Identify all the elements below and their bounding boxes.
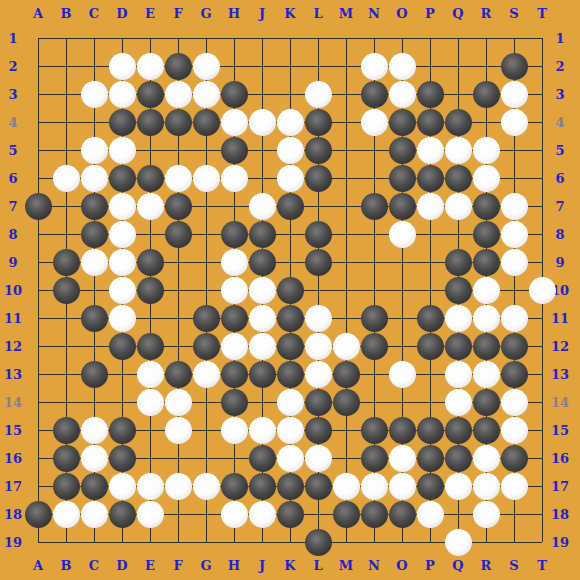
intersection-J6[interactable] xyxy=(248,164,276,192)
intersection-O6[interactable] xyxy=(388,164,416,192)
white-stone-T10[interactable] xyxy=(529,277,556,304)
intersection-O12[interactable] xyxy=(388,332,416,360)
white-stone-H12[interactable] xyxy=(221,333,248,360)
black-stone-S2[interactable] xyxy=(501,53,528,80)
intersection-O2[interactable] xyxy=(388,52,416,80)
black-stone-N12[interactable] xyxy=(361,333,388,360)
intersection-B5[interactable] xyxy=(52,136,80,164)
intersection-B14[interactable] xyxy=(52,388,80,416)
intersection-J12[interactable] xyxy=(248,332,276,360)
intersection-F1[interactable] xyxy=(164,24,192,52)
white-stone-J10[interactable] xyxy=(249,277,276,304)
white-stone-K14[interactable] xyxy=(277,389,304,416)
intersection-H10[interactable] xyxy=(220,276,248,304)
white-stone-O8[interactable] xyxy=(389,221,416,248)
white-stone-O17[interactable] xyxy=(389,473,416,500)
black-stone-K17[interactable] xyxy=(277,473,304,500)
intersection-B3[interactable] xyxy=(52,80,80,108)
intersection-B18[interactable] xyxy=(52,500,80,528)
black-stone-R7[interactable] xyxy=(473,193,500,220)
intersection-E9[interactable] xyxy=(136,248,164,276)
white-stone-D11[interactable] xyxy=(109,305,136,332)
intersection-R16[interactable] xyxy=(472,444,500,472)
intersection-M11[interactable] xyxy=(332,304,360,332)
intersection-R11[interactable] xyxy=(472,304,500,332)
black-stone-L9[interactable] xyxy=(305,249,332,276)
black-stone-M13[interactable] xyxy=(333,361,360,388)
black-stone-L17[interactable] xyxy=(305,473,332,500)
white-stone-P18[interactable] xyxy=(417,501,444,528)
black-stone-O15[interactable] xyxy=(389,417,416,444)
intersection-R6[interactable] xyxy=(472,164,500,192)
intersection-S15[interactable] xyxy=(500,416,528,444)
intersection-C6[interactable] xyxy=(80,164,108,192)
intersection-F18[interactable] xyxy=(164,500,192,528)
intersection-H11[interactable] xyxy=(220,304,248,332)
intersection-P18[interactable] xyxy=(416,500,444,528)
intersection-T2[interactable] xyxy=(528,52,556,80)
black-stone-N16[interactable] xyxy=(361,445,388,472)
white-stone-Q7[interactable] xyxy=(445,193,472,220)
intersection-L6[interactable] xyxy=(304,164,332,192)
white-stone-F17[interactable] xyxy=(165,473,192,500)
intersection-A19[interactable] xyxy=(24,528,52,556)
white-stone-H10[interactable] xyxy=(221,277,248,304)
white-stone-C9[interactable] xyxy=(81,249,108,276)
white-stone-F6[interactable] xyxy=(165,165,192,192)
intersection-L17[interactable] xyxy=(304,472,332,500)
intersection-P13[interactable] xyxy=(416,360,444,388)
intersection-K14[interactable] xyxy=(276,388,304,416)
intersection-S1[interactable] xyxy=(500,24,528,52)
intersection-F17[interactable] xyxy=(164,472,192,500)
intersection-E13[interactable] xyxy=(136,360,164,388)
intersection-Q7[interactable] xyxy=(444,192,472,220)
intersection-D15[interactable] xyxy=(108,416,136,444)
intersection-S9[interactable] xyxy=(500,248,528,276)
black-stone-H5[interactable] xyxy=(221,137,248,164)
intersection-L10[interactable] xyxy=(304,276,332,304)
white-stone-S7[interactable] xyxy=(501,193,528,220)
white-stone-J18[interactable] xyxy=(249,501,276,528)
white-stone-R13[interactable] xyxy=(473,361,500,388)
intersection-B2[interactable] xyxy=(52,52,80,80)
intersection-S6[interactable] xyxy=(500,164,528,192)
intersection-A1[interactable] xyxy=(24,24,52,52)
intersection-H15[interactable] xyxy=(220,416,248,444)
white-stone-D3[interactable] xyxy=(109,81,136,108)
white-stone-F3[interactable] xyxy=(165,81,192,108)
intersection-P1[interactable] xyxy=(416,24,444,52)
intersection-F14[interactable] xyxy=(164,388,192,416)
intersection-H18[interactable] xyxy=(220,500,248,528)
intersection-S18[interactable] xyxy=(500,500,528,528)
black-stone-P16[interactable] xyxy=(417,445,444,472)
black-stone-R12[interactable] xyxy=(473,333,500,360)
intersection-M15[interactable] xyxy=(332,416,360,444)
black-stone-O18[interactable] xyxy=(389,501,416,528)
white-stone-C3[interactable] xyxy=(81,81,108,108)
white-stone-P7[interactable] xyxy=(417,193,444,220)
black-stone-D15[interactable] xyxy=(109,417,136,444)
intersection-Q10[interactable] xyxy=(444,276,472,304)
intersection-B10[interactable] xyxy=(52,276,80,304)
intersection-K17[interactable] xyxy=(276,472,304,500)
intersection-G10[interactable] xyxy=(192,276,220,304)
intersection-F15[interactable] xyxy=(164,416,192,444)
white-stone-E14[interactable] xyxy=(137,389,164,416)
intersection-T18[interactable] xyxy=(528,500,556,528)
intersection-T4[interactable] xyxy=(528,108,556,136)
intersection-J7[interactable] xyxy=(248,192,276,220)
intersection-N11[interactable] xyxy=(360,304,388,332)
intersection-Q6[interactable] xyxy=(444,164,472,192)
intersection-D2[interactable] xyxy=(108,52,136,80)
white-stone-D5[interactable] xyxy=(109,137,136,164)
black-stone-G12[interactable] xyxy=(193,333,220,360)
black-stone-H8[interactable] xyxy=(221,221,248,248)
intersection-O11[interactable] xyxy=(388,304,416,332)
black-stone-E12[interactable] xyxy=(137,333,164,360)
intersection-O7[interactable] xyxy=(388,192,416,220)
intersection-A17[interactable] xyxy=(24,472,52,500)
intersection-M6[interactable] xyxy=(332,164,360,192)
intersection-J3[interactable] xyxy=(248,80,276,108)
black-stone-F2[interactable] xyxy=(165,53,192,80)
intersection-P4[interactable] xyxy=(416,108,444,136)
intersection-P11[interactable] xyxy=(416,304,444,332)
intersection-M17[interactable] xyxy=(332,472,360,500)
intersection-D19[interactable] xyxy=(108,528,136,556)
white-stone-R18[interactable] xyxy=(473,501,500,528)
black-stone-E9[interactable] xyxy=(137,249,164,276)
white-stone-H15[interactable] xyxy=(221,417,248,444)
intersection-S12[interactable] xyxy=(500,332,528,360)
black-stone-M14[interactable] xyxy=(333,389,360,416)
intersection-H1[interactable] xyxy=(220,24,248,52)
intersection-R9[interactable] xyxy=(472,248,500,276)
white-stone-S8[interactable] xyxy=(501,221,528,248)
intersection-A10[interactable] xyxy=(24,276,52,304)
intersection-O19[interactable] xyxy=(388,528,416,556)
intersection-Q3[interactable] xyxy=(444,80,472,108)
white-stone-L12[interactable] xyxy=(305,333,332,360)
white-stone-R16[interactable] xyxy=(473,445,500,472)
intersection-C13[interactable] xyxy=(80,360,108,388)
intersection-K15[interactable] xyxy=(276,416,304,444)
intersection-P15[interactable] xyxy=(416,416,444,444)
intersection-N6[interactable] xyxy=(360,164,388,192)
black-stone-C17[interactable] xyxy=(81,473,108,500)
black-stone-R14[interactable] xyxy=(473,389,500,416)
intersection-K2[interactable] xyxy=(276,52,304,80)
black-stone-E4[interactable] xyxy=(137,109,164,136)
intersection-Q11[interactable] xyxy=(444,304,472,332)
intersection-N12[interactable] xyxy=(360,332,388,360)
black-stone-L4[interactable] xyxy=(305,109,332,136)
intersection-B4[interactable] xyxy=(52,108,80,136)
intersection-D14[interactable] xyxy=(108,388,136,416)
white-stone-S11[interactable] xyxy=(501,305,528,332)
intersection-C14[interactable] xyxy=(80,388,108,416)
intersection-T3[interactable] xyxy=(528,80,556,108)
intersection-O17[interactable] xyxy=(388,472,416,500)
black-stone-K13[interactable] xyxy=(277,361,304,388)
intersection-F12[interactable] xyxy=(164,332,192,360)
intersection-L2[interactable] xyxy=(304,52,332,80)
black-stone-Q16[interactable] xyxy=(445,445,472,472)
intersection-C8[interactable] xyxy=(80,220,108,248)
black-stone-E6[interactable] xyxy=(137,165,164,192)
intersection-D7[interactable] xyxy=(108,192,136,220)
black-stone-N11[interactable] xyxy=(361,305,388,332)
black-stone-J16[interactable] xyxy=(249,445,276,472)
intersection-D13[interactable] xyxy=(108,360,136,388)
intersection-E4[interactable] xyxy=(136,108,164,136)
intersection-G12[interactable] xyxy=(192,332,220,360)
intersection-J4[interactable] xyxy=(248,108,276,136)
intersection-E8[interactable] xyxy=(136,220,164,248)
black-stone-F4[interactable] xyxy=(165,109,192,136)
intersection-R7[interactable] xyxy=(472,192,500,220)
intersection-H17[interactable] xyxy=(220,472,248,500)
intersection-E1[interactable] xyxy=(136,24,164,52)
intersection-L14[interactable] xyxy=(304,388,332,416)
intersection-G15[interactable] xyxy=(192,416,220,444)
intersection-R3[interactable] xyxy=(472,80,500,108)
white-stone-J15[interactable] xyxy=(249,417,276,444)
intersection-S17[interactable] xyxy=(500,472,528,500)
intersection-J15[interactable] xyxy=(248,416,276,444)
intersection-G9[interactable] xyxy=(192,248,220,276)
intersection-H4[interactable] xyxy=(220,108,248,136)
intersection-R8[interactable] xyxy=(472,220,500,248)
intersection-J10[interactable] xyxy=(248,276,276,304)
black-stone-B16[interactable] xyxy=(53,445,80,472)
black-stone-F7[interactable] xyxy=(165,193,192,220)
black-stone-F8[interactable] xyxy=(165,221,192,248)
intersection-E2[interactable] xyxy=(136,52,164,80)
intersection-D11[interactable] xyxy=(108,304,136,332)
intersection-N14[interactable] xyxy=(360,388,388,416)
black-stone-B9[interactable] xyxy=(53,249,80,276)
intersection-E14[interactable] xyxy=(136,388,164,416)
black-stone-J13[interactable] xyxy=(249,361,276,388)
white-stone-D9[interactable] xyxy=(109,249,136,276)
intersection-H2[interactable] xyxy=(220,52,248,80)
intersection-C1[interactable] xyxy=(80,24,108,52)
intersection-A3[interactable] xyxy=(24,80,52,108)
white-stone-F14[interactable] xyxy=(165,389,192,416)
white-stone-S14[interactable] xyxy=(501,389,528,416)
intersection-D6[interactable] xyxy=(108,164,136,192)
white-stone-O3[interactable] xyxy=(389,81,416,108)
intersection-P6[interactable] xyxy=(416,164,444,192)
intersection-G11[interactable] xyxy=(192,304,220,332)
white-stone-D17[interactable] xyxy=(109,473,136,500)
intersection-P9[interactable] xyxy=(416,248,444,276)
intersection-P14[interactable] xyxy=(416,388,444,416)
intersection-S14[interactable] xyxy=(500,388,528,416)
intersection-E3[interactable] xyxy=(136,80,164,108)
intersection-N1[interactable] xyxy=(360,24,388,52)
intersection-K12[interactable] xyxy=(276,332,304,360)
white-stone-R5[interactable] xyxy=(473,137,500,164)
white-stone-O2[interactable] xyxy=(389,53,416,80)
intersection-P12[interactable] xyxy=(416,332,444,360)
intersection-L8[interactable] xyxy=(304,220,332,248)
intersection-T6[interactable] xyxy=(528,164,556,192)
intersection-H3[interactable] xyxy=(220,80,248,108)
intersection-C2[interactable] xyxy=(80,52,108,80)
white-stone-N17[interactable] xyxy=(361,473,388,500)
intersection-E6[interactable] xyxy=(136,164,164,192)
intersection-M12[interactable] xyxy=(332,332,360,360)
intersection-B17[interactable] xyxy=(52,472,80,500)
black-stone-P4[interactable] xyxy=(417,109,444,136)
black-stone-Q6[interactable] xyxy=(445,165,472,192)
intersection-L1[interactable] xyxy=(304,24,332,52)
black-stone-K18[interactable] xyxy=(277,501,304,528)
intersection-T14[interactable] xyxy=(528,388,556,416)
intersection-G14[interactable] xyxy=(192,388,220,416)
intersection-T17[interactable] xyxy=(528,472,556,500)
intersection-Q18[interactable] xyxy=(444,500,472,528)
intersection-L18[interactable] xyxy=(304,500,332,528)
intersection-K4[interactable] xyxy=(276,108,304,136)
black-stone-H3[interactable] xyxy=(221,81,248,108)
intersection-N7[interactable] xyxy=(360,192,388,220)
black-stone-G4[interactable] xyxy=(193,109,220,136)
intersection-H7[interactable] xyxy=(220,192,248,220)
intersection-G5[interactable] xyxy=(192,136,220,164)
intersection-J18[interactable] xyxy=(248,500,276,528)
intersection-R14[interactable] xyxy=(472,388,500,416)
white-stone-J4[interactable] xyxy=(249,109,276,136)
white-stone-L16[interactable] xyxy=(305,445,332,472)
white-stone-S9[interactable] xyxy=(501,249,528,276)
black-stone-J17[interactable] xyxy=(249,473,276,500)
intersection-P8[interactable] xyxy=(416,220,444,248)
intersection-E5[interactable] xyxy=(136,136,164,164)
intersection-H19[interactable] xyxy=(220,528,248,556)
intersection-J13[interactable] xyxy=(248,360,276,388)
intersection-M5[interactable] xyxy=(332,136,360,164)
intersection-G3[interactable] xyxy=(192,80,220,108)
black-stone-P3[interactable] xyxy=(417,81,444,108)
intersection-L19[interactable] xyxy=(304,528,332,556)
white-stone-R17[interactable] xyxy=(473,473,500,500)
intersection-T19[interactable] xyxy=(528,528,556,556)
intersection-H16[interactable] xyxy=(220,444,248,472)
white-stone-R11[interactable] xyxy=(473,305,500,332)
intersection-L5[interactable] xyxy=(304,136,332,164)
intersection-M7[interactable] xyxy=(332,192,360,220)
white-stone-S15[interactable] xyxy=(501,417,528,444)
intersection-L7[interactable] xyxy=(304,192,332,220)
white-stone-Q14[interactable] xyxy=(445,389,472,416)
intersection-G8[interactable] xyxy=(192,220,220,248)
intersection-D8[interactable] xyxy=(108,220,136,248)
intersection-C9[interactable] xyxy=(80,248,108,276)
intersection-Q16[interactable] xyxy=(444,444,472,472)
intersection-N16[interactable] xyxy=(360,444,388,472)
white-stone-D8[interactable] xyxy=(109,221,136,248)
intersection-H8[interactable] xyxy=(220,220,248,248)
white-stone-E13[interactable] xyxy=(137,361,164,388)
intersection-P2[interactable] xyxy=(416,52,444,80)
black-stone-K12[interactable] xyxy=(277,333,304,360)
black-stone-R9[interactable] xyxy=(473,249,500,276)
intersection-C15[interactable] xyxy=(80,416,108,444)
white-stone-K5[interactable] xyxy=(277,137,304,164)
intersection-R15[interactable] xyxy=(472,416,500,444)
white-stone-N4[interactable] xyxy=(361,109,388,136)
intersection-G2[interactable] xyxy=(192,52,220,80)
intersection-O5[interactable] xyxy=(388,136,416,164)
intersection-S7[interactable] xyxy=(500,192,528,220)
white-stone-B18[interactable] xyxy=(53,501,80,528)
black-stone-D12[interactable] xyxy=(109,333,136,360)
intersection-K5[interactable] xyxy=(276,136,304,164)
intersection-D10[interactable] xyxy=(108,276,136,304)
intersection-D16[interactable] xyxy=(108,444,136,472)
black-stone-P12[interactable] xyxy=(417,333,444,360)
intersection-R1[interactable] xyxy=(472,24,500,52)
white-stone-M12[interactable] xyxy=(333,333,360,360)
intersection-R2[interactable] xyxy=(472,52,500,80)
intersection-E19[interactable] xyxy=(136,528,164,556)
white-stone-D7[interactable] xyxy=(109,193,136,220)
black-stone-J8[interactable] xyxy=(249,221,276,248)
intersection-T16[interactable] xyxy=(528,444,556,472)
intersection-B15[interactable] xyxy=(52,416,80,444)
black-stone-E3[interactable] xyxy=(137,81,164,108)
intersection-D9[interactable] xyxy=(108,248,136,276)
intersection-E7[interactable] xyxy=(136,192,164,220)
intersection-P10[interactable] xyxy=(416,276,444,304)
intersection-Q5[interactable] xyxy=(444,136,472,164)
intersection-C11[interactable] xyxy=(80,304,108,332)
intersection-B19[interactable] xyxy=(52,528,80,556)
intersection-N3[interactable] xyxy=(360,80,388,108)
intersection-J14[interactable] xyxy=(248,388,276,416)
intersection-C4[interactable] xyxy=(80,108,108,136)
white-stone-C16[interactable] xyxy=(81,445,108,472)
intersection-D5[interactable] xyxy=(108,136,136,164)
intersection-O8[interactable] xyxy=(388,220,416,248)
intersection-G13[interactable] xyxy=(192,360,220,388)
intersection-A11[interactable] xyxy=(24,304,52,332)
intersection-D1[interactable] xyxy=(108,24,136,52)
intersection-C16[interactable] xyxy=(80,444,108,472)
black-stone-O4[interactable] xyxy=(389,109,416,136)
white-stone-E18[interactable] xyxy=(137,501,164,528)
white-stone-S4[interactable] xyxy=(501,109,528,136)
black-stone-Q9[interactable] xyxy=(445,249,472,276)
intersection-K11[interactable] xyxy=(276,304,304,332)
intersection-P16[interactable] xyxy=(416,444,444,472)
white-stone-Q19[interactable] xyxy=(445,529,472,556)
black-stone-P6[interactable] xyxy=(417,165,444,192)
intersection-M4[interactable] xyxy=(332,108,360,136)
black-stone-L19[interactable] xyxy=(305,529,332,556)
intersection-O9[interactable] xyxy=(388,248,416,276)
black-stone-F13[interactable] xyxy=(165,361,192,388)
white-stone-L11[interactable] xyxy=(305,305,332,332)
intersection-N15[interactable] xyxy=(360,416,388,444)
intersection-M1[interactable] xyxy=(332,24,360,52)
